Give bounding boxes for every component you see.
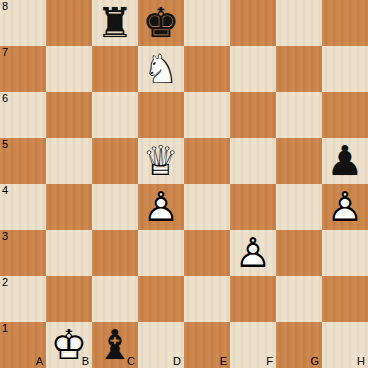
square-e4[interactable]: [184, 184, 230, 230]
white-pawn-outline-icon: ♙: [322, 184, 368, 230]
square-e7[interactable]: [184, 46, 230, 92]
square-h2[interactable]: [322, 276, 368, 322]
square-a1[interactable]: 1A: [0, 322, 46, 368]
square-g4[interactable]: [276, 184, 322, 230]
piece-white-knight[interactable]: ♞♘: [138, 46, 184, 92]
square-h1[interactable]: H: [322, 322, 368, 368]
square-f6[interactable]: [230, 92, 276, 138]
square-b3[interactable]: [46, 230, 92, 276]
rank-label-6: 6: [2, 93, 8, 104]
square-h6[interactable]: [322, 92, 368, 138]
square-h8[interactable]: [322, 0, 368, 46]
square-b6[interactable]: [46, 92, 92, 138]
square-h3[interactable]: [322, 230, 368, 276]
square-g3[interactable]: [276, 230, 322, 276]
square-b1[interactable]: B♚♔: [46, 322, 92, 368]
square-a5[interactable]: 5: [0, 138, 46, 184]
square-a8[interactable]: 8: [0, 0, 46, 46]
chess-board: 8♜♚7♞♘65♛♕♟4♟♙♟♙3♟♙21AB♚♔C♝DEFGH: [0, 0, 368, 368]
piece-white-queen[interactable]: ♛♕: [138, 138, 184, 184]
square-h5[interactable]: ♟: [322, 138, 368, 184]
square-a6[interactable]: 6: [0, 92, 46, 138]
square-g8[interactable]: [276, 0, 322, 46]
square-e2[interactable]: [184, 276, 230, 322]
piece-black-bishop[interactable]: ♝: [92, 322, 138, 368]
square-b8[interactable]: [46, 0, 92, 46]
square-b2[interactable]: [46, 276, 92, 322]
piece-black-pawn[interactable]: ♟: [322, 138, 368, 184]
square-c4[interactable]: [92, 184, 138, 230]
piece-black-rook[interactable]: ♜: [92, 0, 138, 46]
rank-label-1: 1: [2, 323, 8, 334]
white-pawn-outline-icon: ♙: [230, 230, 276, 276]
rank-label-3: 3: [2, 231, 8, 242]
white-pawn-outline-icon: ♙: [138, 184, 184, 230]
file-label-a: A: [36, 356, 43, 367]
square-d7[interactable]: ♞♘: [138, 46, 184, 92]
rank-label-2: 2: [2, 277, 8, 288]
square-a4[interactable]: 4: [0, 184, 46, 230]
square-g6[interactable]: [276, 92, 322, 138]
square-f4[interactable]: [230, 184, 276, 230]
rank-label-8: 8: [2, 1, 8, 12]
square-a3[interactable]: 3: [0, 230, 46, 276]
square-g2[interactable]: [276, 276, 322, 322]
square-g1[interactable]: G: [276, 322, 322, 368]
rank-label-4: 4: [2, 185, 8, 196]
square-h4[interactable]: ♟♙: [322, 184, 368, 230]
square-d1[interactable]: D: [138, 322, 184, 368]
square-f5[interactable]: [230, 138, 276, 184]
piece-white-pawn[interactable]: ♟♙: [322, 184, 368, 230]
square-b5[interactable]: [46, 138, 92, 184]
square-e5[interactable]: [184, 138, 230, 184]
square-a7[interactable]: 7: [0, 46, 46, 92]
square-e6[interactable]: [184, 92, 230, 138]
white-queen-outline-icon: ♕: [138, 138, 184, 184]
file-label-h: H: [357, 356, 365, 367]
square-c1[interactable]: C♝: [92, 322, 138, 368]
square-g7[interactable]: [276, 46, 322, 92]
piece-white-king[interactable]: ♚♔: [46, 322, 92, 368]
black-bishop-icon: ♝: [92, 322, 138, 368]
piece-black-king[interactable]: ♚: [138, 0, 184, 46]
square-f1[interactable]: F: [230, 322, 276, 368]
black-king-icon: ♚: [138, 0, 184, 46]
square-c2[interactable]: [92, 276, 138, 322]
square-d2[interactable]: [138, 276, 184, 322]
square-d5[interactable]: ♛♕: [138, 138, 184, 184]
piece-white-pawn[interactable]: ♟♙: [230, 230, 276, 276]
square-d6[interactable]: [138, 92, 184, 138]
square-h7[interactable]: [322, 46, 368, 92]
square-g5[interactable]: [276, 138, 322, 184]
rank-label-5: 5: [2, 139, 8, 150]
square-b7[interactable]: [46, 46, 92, 92]
rank-label-7: 7: [2, 47, 8, 58]
square-c6[interactable]: [92, 92, 138, 138]
square-c7[interactable]: [92, 46, 138, 92]
square-f3[interactable]: ♟♙: [230, 230, 276, 276]
square-c8[interactable]: ♜: [92, 0, 138, 46]
white-king-outline-icon: ♔: [46, 322, 92, 368]
square-d4[interactable]: ♟♙: [138, 184, 184, 230]
file-label-f: F: [266, 356, 273, 367]
square-d8[interactable]: ♚: [138, 0, 184, 46]
file-label-e: E: [220, 356, 227, 367]
piece-white-pawn[interactable]: ♟♙: [138, 184, 184, 230]
square-c3[interactable]: [92, 230, 138, 276]
square-d3[interactable]: [138, 230, 184, 276]
square-a2[interactable]: 2: [0, 276, 46, 322]
square-c5[interactable]: [92, 138, 138, 184]
square-f8[interactable]: [230, 0, 276, 46]
square-b4[interactable]: [46, 184, 92, 230]
square-f2[interactable]: [230, 276, 276, 322]
white-knight-outline-icon: ♘: [138, 46, 184, 92]
square-e1[interactable]: E: [184, 322, 230, 368]
square-e3[interactable]: [184, 230, 230, 276]
file-label-g: G: [310, 356, 319, 367]
square-e8[interactable]: [184, 0, 230, 46]
black-rook-icon: ♜: [92, 0, 138, 46]
square-f7[interactable]: [230, 46, 276, 92]
black-pawn-icon: ♟: [322, 138, 368, 184]
file-label-d: D: [173, 356, 181, 367]
